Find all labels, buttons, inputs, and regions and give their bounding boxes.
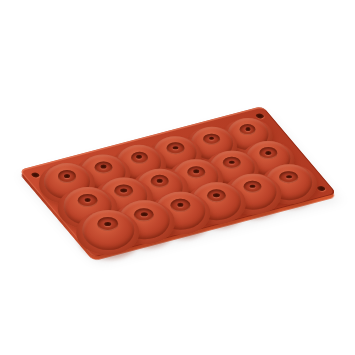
product-photo <box>0 0 355 355</box>
cavity-crater <box>223 157 241 169</box>
cavity-center-hole <box>193 170 199 174</box>
cavity-center-hole <box>245 127 250 130</box>
cavity-crater <box>167 142 184 154</box>
cavity-center-hole <box>177 203 183 207</box>
cavity-center-hole <box>286 175 292 179</box>
cavity-center-hole <box>157 179 163 183</box>
cavity-crater <box>170 199 190 212</box>
cavity-center-hole <box>100 165 106 169</box>
cavity-center-hole <box>121 188 127 192</box>
cavity-center-hole <box>105 221 112 225</box>
cavity-center-hole <box>84 198 90 202</box>
cavity-crater <box>243 180 262 193</box>
cavity-crater <box>98 217 119 231</box>
cavity-center-hole <box>265 151 271 155</box>
cavity-center-hole <box>209 137 214 140</box>
cavity-crater <box>150 175 169 188</box>
mold-scene <box>0 0 355 355</box>
cavity-center-hole <box>141 212 147 216</box>
cavity-center-hole <box>64 174 70 178</box>
cavity-center-hole <box>229 160 235 164</box>
cavity-crater <box>203 133 220 144</box>
cavity-crater <box>187 166 205 178</box>
cavity-crater <box>131 152 149 164</box>
cavity-center-hole <box>213 193 219 197</box>
cavity-crater <box>207 190 226 203</box>
cavity-center-hole <box>173 146 178 150</box>
cavity-center-hole <box>250 184 256 188</box>
corner-hole-4 <box>316 185 327 191</box>
cavity-center-hole <box>137 155 143 159</box>
cavity-crater <box>78 194 98 207</box>
donut-cavity-r3c1 <box>82 210 134 250</box>
cavity-crater <box>240 124 256 135</box>
